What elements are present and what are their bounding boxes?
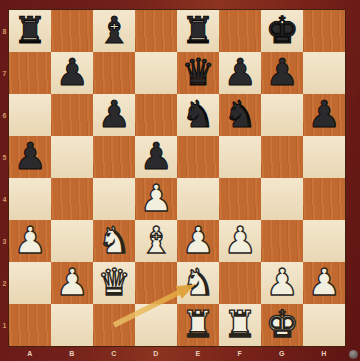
square-e7[interactable]: ♛	[177, 52, 219, 94]
piece-white-pawn[interactable]: ♟	[51, 262, 93, 304]
file-label-a: A	[9, 346, 51, 361]
file-label-c: C	[93, 346, 135, 361]
rank-labels: 87654321	[0, 10, 9, 346]
square-e8[interactable]: ♜	[177, 10, 219, 52]
square-b2[interactable]: ♟	[51, 262, 93, 304]
piece-black-bishop[interactable]: ♝	[93, 10, 135, 52]
square-b4[interactable]	[51, 178, 93, 220]
piece-white-pawn[interactable]: ♟	[303, 262, 345, 304]
piece-white-rook[interactable]: ♜	[177, 304, 219, 346]
piece-black-pawn[interactable]: ♟	[261, 52, 303, 94]
square-b5[interactable]	[51, 136, 93, 178]
square-d6[interactable]	[135, 94, 177, 136]
rank-label-4: 4	[0, 178, 9, 220]
square-h4[interactable]	[303, 178, 345, 220]
piece-white-pawn[interactable]: ♟	[9, 220, 51, 262]
piece-white-pawn[interactable]: ♟	[261, 262, 303, 304]
square-g1[interactable]: ♚	[261, 304, 303, 346]
square-b7[interactable]: ♟	[51, 52, 93, 94]
square-d7[interactable]	[135, 52, 177, 94]
piece-black-king[interactable]: ♚	[261, 10, 303, 52]
square-c4[interactable]	[93, 178, 135, 220]
piece-black-rook[interactable]: ♜	[9, 10, 51, 52]
square-g6[interactable]	[261, 94, 303, 136]
square-c6[interactable]: ♟	[93, 94, 135, 136]
square-a3[interactable]: ♟	[9, 220, 51, 262]
square-b1[interactable]	[51, 304, 93, 346]
piece-white-bishop[interactable]: ♝	[135, 220, 177, 262]
piece-white-queen[interactable]: ♛	[93, 262, 135, 304]
square-c8[interactable]: ♝	[93, 10, 135, 52]
piece-black-pawn[interactable]: ♟	[51, 52, 93, 94]
square-d8[interactable]	[135, 10, 177, 52]
square-d3[interactable]: ♝	[135, 220, 177, 262]
square-a6[interactable]	[9, 94, 51, 136]
rank-label-3: 3	[0, 220, 9, 262]
rank-label-7: 7	[0, 52, 9, 94]
piece-white-king[interactable]: ♚	[261, 304, 303, 346]
piece-white-pawn[interactable]: ♟	[135, 178, 177, 220]
square-a7[interactable]	[9, 52, 51, 94]
square-f1[interactable]: ♜	[219, 304, 261, 346]
square-c3[interactable]: ♞	[93, 220, 135, 262]
piece-white-rook[interactable]: ♜	[219, 304, 261, 346]
square-b8[interactable]	[51, 10, 93, 52]
square-a1[interactable]	[9, 304, 51, 346]
square-g8[interactable]: ♚	[261, 10, 303, 52]
square-e3[interactable]: ♟	[177, 220, 219, 262]
piece-white-pawn[interactable]: ♟	[177, 220, 219, 262]
piece-black-knight[interactable]: ♞	[177, 94, 219, 136]
rank-label-6: 6	[0, 94, 9, 136]
square-h6[interactable]: ♟	[303, 94, 345, 136]
square-h3[interactable]	[303, 220, 345, 262]
file-label-d: D	[135, 346, 177, 361]
square-f2[interactable]	[219, 262, 261, 304]
square-c7[interactable]	[93, 52, 135, 94]
file-labels: ABCDEFGH	[9, 346, 345, 361]
file-label-e: E	[177, 346, 219, 361]
file-label-h: H	[303, 346, 345, 361]
piece-black-pawn[interactable]: ♟	[219, 52, 261, 94]
square-f3[interactable]: ♟	[219, 220, 261, 262]
square-g2[interactable]: ♟	[261, 262, 303, 304]
square-b3[interactable]	[51, 220, 93, 262]
square-a5[interactable]: ♟	[9, 136, 51, 178]
square-f5[interactable]	[219, 136, 261, 178]
square-g5[interactable]	[261, 136, 303, 178]
square-h8[interactable]	[303, 10, 345, 52]
piece-black-pawn[interactable]: ♟	[303, 94, 345, 136]
square-d1[interactable]	[135, 304, 177, 346]
square-e6[interactable]: ♞	[177, 94, 219, 136]
piece-black-pawn[interactable]: ♟	[9, 136, 51, 178]
rank-label-8: 8	[0, 10, 9, 52]
square-g4[interactable]	[261, 178, 303, 220]
rank-label-1: 1	[0, 304, 9, 346]
square-c1[interactable]	[93, 304, 135, 346]
square-d5[interactable]: ♟	[135, 136, 177, 178]
piece-white-knight[interactable]: ♞	[93, 220, 135, 262]
square-c2[interactable]: ♛	[93, 262, 135, 304]
piece-white-knight[interactable]: ♞	[177, 262, 219, 304]
piece-black-knight[interactable]: ♞	[219, 94, 261, 136]
rank-label-2: 2	[0, 262, 9, 304]
square-d2[interactable]	[135, 262, 177, 304]
piece-white-pawn[interactable]: ♟	[219, 220, 261, 262]
square-h2[interactable]: ♟	[303, 262, 345, 304]
piece-black-queen[interactable]: ♛	[177, 52, 219, 94]
square-e1[interactable]: ♜	[177, 304, 219, 346]
rank-label-5: 5	[0, 136, 9, 178]
square-e4[interactable]	[177, 178, 219, 220]
square-h5[interactable]	[303, 136, 345, 178]
square-e2[interactable]: ♞	[177, 262, 219, 304]
square-f7[interactable]: ♟	[219, 52, 261, 94]
piece-black-pawn[interactable]: ♟	[93, 94, 135, 136]
chess-board-widget: 87654321 ♜♝♜♚♟♛♟♟♟♞♞♟♟♟♟♟♞♝♟♟♟♛♞♟♟♜♜♚ AB…	[0, 0, 360, 361]
file-label-g: G	[261, 346, 303, 361]
square-d4[interactable]: ♟	[135, 178, 177, 220]
piece-black-rook[interactable]: ♜	[177, 10, 219, 52]
square-a4[interactable]	[9, 178, 51, 220]
square-h7[interactable]	[303, 52, 345, 94]
file-label-f: F	[219, 346, 261, 361]
chess-board[interactable]: ♜♝♜♚♟♛♟♟♟♞♞♟♟♟♟♟♞♝♟♟♟♛♞♟♟♜♜♚	[9, 10, 345, 346]
square-e5[interactable]	[177, 136, 219, 178]
corner-dot	[349, 350, 358, 359]
square-a2[interactable]	[9, 262, 51, 304]
file-label-b: B	[51, 346, 93, 361]
square-g3[interactable]	[261, 220, 303, 262]
square-b6[interactable]	[51, 94, 93, 136]
square-h1[interactable]	[303, 304, 345, 346]
square-f8[interactable]	[219, 10, 261, 52]
square-a8[interactable]: ♜	[9, 10, 51, 52]
square-c5[interactable]	[93, 136, 135, 178]
square-g7[interactable]: ♟	[261, 52, 303, 94]
piece-black-pawn[interactable]: ♟	[135, 136, 177, 178]
square-f6[interactable]: ♞	[219, 94, 261, 136]
square-f4[interactable]	[219, 178, 261, 220]
